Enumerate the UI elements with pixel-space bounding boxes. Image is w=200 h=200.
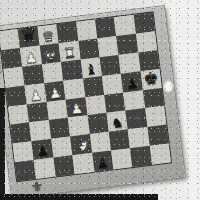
square-h7 — [136, 31, 158, 52]
piece-black-king-h5: ♚ — [140, 68, 161, 88]
square-g5: ♟ — [121, 71, 143, 92]
piece-black-pawn-g5: ♟ — [121, 73, 142, 93]
square-b7: ♟ — [20, 45, 42, 66]
square-a2 — [13, 141, 35, 162]
square-h1 — [149, 144, 171, 165]
square-f7 — [97, 36, 119, 57]
square-e6: ♝ — [80, 57, 102, 78]
board-frame: Chess ♛♛♟♚♜♝♟♟♟♚♟♞♟♞♟ ⚜ — [0, 6, 185, 198]
square-f1 — [111, 148, 133, 169]
square-f3: ♞ — [106, 111, 128, 132]
square-b4 — [27, 102, 49, 123]
square-h2 — [147, 125, 169, 146]
square-g4 — [123, 90, 145, 111]
square-g1 — [130, 146, 152, 167]
square-b5: ♟ — [25, 83, 47, 104]
piece-white-pawn-b5: ♟ — [25, 85, 46, 105]
square-h4 — [143, 87, 165, 108]
square-b1 — [34, 158, 56, 179]
piece-black-pawn-e1: ♟ — [92, 153, 113, 173]
square-d6 — [61, 59, 83, 80]
square-h5: ♚ — [140, 69, 162, 90]
square-b3 — [29, 120, 51, 141]
square-a1 — [15, 160, 37, 181]
board: ♛♛♟♚♜♝♟♟♟♚♟♞♟♞♟ — [0, 12, 171, 181]
piece-white-pawn-d4: ♟ — [66, 99, 87, 119]
photo-edge-left — [0, 88, 5, 200]
square-a4 — [8, 104, 30, 125]
square-e3 — [87, 113, 109, 134]
square-d2: ♞ — [70, 134, 92, 155]
square-e7 — [78, 38, 100, 59]
square-c1 — [53, 155, 75, 176]
square-c5: ♟ — [44, 80, 66, 101]
square-g2 — [128, 127, 150, 148]
piece-white-queen-c8: ♛ — [37, 26, 58, 46]
square-a5 — [6, 85, 28, 106]
square-g7 — [116, 34, 138, 55]
square-c3 — [49, 118, 71, 139]
board-wrap: Chess ♛♛♟♚♜♝♟♟♟♚♟♞♟♞♟ ⚜ — [0, 6, 185, 198]
square-d5 — [63, 78, 85, 99]
square-d7: ♜ — [59, 41, 81, 62]
square-d8 — [56, 22, 78, 43]
square-g8 — [114, 15, 136, 36]
piece-black-bishop-e6: ♝ — [80, 59, 101, 79]
square-e1: ♟ — [92, 151, 114, 172]
square-f6 — [99, 55, 121, 76]
square-b6 — [23, 64, 45, 85]
piece-black-knight-f3: ♞ — [107, 113, 128, 133]
square-c2 — [51, 137, 73, 158]
photo-edge-bottom — [0, 194, 158, 200]
square-a8 — [0, 29, 20, 50]
square-g6 — [119, 52, 141, 73]
square-b8: ♛ — [18, 27, 40, 48]
square-f2 — [109, 130, 131, 151]
square-c8: ♛ — [37, 24, 59, 45]
piece-white-pawn-b7: ♟ — [20, 47, 41, 67]
square-f4 — [104, 92, 126, 113]
square-b2: ♟ — [32, 139, 54, 160]
square-c7: ♚ — [39, 43, 61, 64]
piece-black-pawn-b2: ♟ — [32, 141, 53, 161]
piece-white-rook-d7: ♜ — [59, 43, 80, 63]
square-e4 — [85, 94, 107, 115]
square-f5 — [102, 73, 124, 94]
square-e5 — [83, 76, 105, 97]
square-g3 — [126, 108, 148, 129]
chess-photo-scene: Chess ♛♛♟♚♜♝♟♟♟♚♟♞♟♞♟ ⚜ — [0, 0, 200, 200]
square-h3 — [145, 106, 167, 127]
square-a6 — [3, 66, 25, 87]
square-h8 — [133, 12, 155, 33]
piece-white-pawn-c5: ♟ — [44, 82, 65, 102]
square-c6 — [42, 62, 64, 83]
square-a7 — [1, 48, 23, 69]
square-f8 — [95, 17, 117, 38]
piece-white-king-c7: ♚ — [40, 45, 61, 65]
square-a3 — [10, 123, 32, 144]
piece-black-queen-b8: ♛ — [18, 24, 39, 44]
square-e8 — [76, 20, 98, 41]
square-c4 — [46, 99, 68, 120]
square-d4: ♟ — [66, 97, 88, 118]
